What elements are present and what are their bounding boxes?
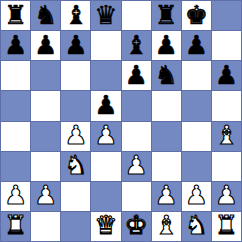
square-d6[interactable] [91,61,120,90]
piece-white-bishop-h4[interactable]: ♝ [215,122,238,148]
square-h2[interactable]: ♟ [212,182,241,211]
piece-black-knight-b8[interactable]: ♞ [34,2,57,28]
square-b3[interactable] [31,152,60,181]
piece-white-pawn-h2[interactable]: ♟ [215,182,238,208]
square-e1[interactable]: ♚ [122,212,151,241]
piece-black-pawn-g7[interactable]: ♟ [185,32,208,58]
piece-white-rook-h1[interactable]: ♜ [215,212,238,238]
piece-white-queen-d1[interactable]: ♛ [94,212,117,238]
piece-black-pawn-b7[interactable]: ♟ [34,32,57,58]
square-h1[interactable]: ♜ [212,212,241,241]
square-a4[interactable] [1,122,30,151]
square-g8[interactable]: ♚ [182,1,211,30]
square-f4[interactable] [152,122,181,151]
square-g5[interactable] [182,91,211,120]
square-h5[interactable] [212,91,241,120]
square-a7[interactable]: ♟ [1,31,30,60]
square-g1[interactable]: ♞ [182,212,211,241]
square-c6[interactable] [61,61,90,90]
piece-white-pawn-g2[interactable]: ♟ [185,182,208,208]
square-g7[interactable]: ♟ [182,31,211,60]
square-a6[interactable] [1,61,30,90]
square-d3[interactable] [91,152,120,181]
piece-white-knight-c3[interactable]: ♞ [64,152,87,178]
piece-black-pawn-a7[interactable]: ♟ [4,32,27,58]
square-e5[interactable] [122,91,151,120]
square-c2[interactable] [61,182,90,211]
piece-black-rook-f8[interactable]: ♜ [155,2,178,28]
piece-black-pawn-f7[interactable]: ♟ [155,32,178,58]
piece-black-king-g8[interactable]: ♚ [185,2,208,28]
piece-white-king-e1[interactable]: ♚ [124,212,147,238]
square-e2[interactable] [122,182,151,211]
piece-white-pawn-d4[interactable]: ♟ [94,122,117,148]
piece-white-pawn-b2[interactable]: ♟ [34,182,57,208]
square-c4[interactable]: ♟ [61,122,90,151]
piece-white-knight-g1[interactable]: ♞ [185,212,208,238]
square-a5[interactable] [1,91,30,120]
square-b2[interactable]: ♟ [31,182,60,211]
square-c1[interactable] [61,212,90,241]
square-b7[interactable]: ♟ [31,31,60,60]
square-c3[interactable]: ♞ [61,152,90,181]
square-d7[interactable] [91,31,120,60]
square-d1[interactable]: ♛ [91,212,120,241]
square-c7[interactable]: ♟ [61,31,90,60]
square-g4[interactable] [182,122,211,151]
square-b4[interactable] [31,122,60,151]
square-g2[interactable]: ♟ [182,182,211,211]
square-f7[interactable]: ♟ [152,31,181,60]
square-d8[interactable]: ♛ [91,1,120,30]
piece-black-rook-a8[interactable]: ♜ [4,2,27,28]
square-f8[interactable]: ♜ [152,1,181,30]
square-e4[interactable] [122,122,151,151]
square-e3[interactable]: ♟ [122,152,151,181]
square-a3[interactable] [1,152,30,181]
square-f6[interactable]: ♞ [152,61,181,90]
piece-white-pawn-e3[interactable]: ♟ [124,152,147,178]
square-e7[interactable]: ♝ [122,31,151,60]
piece-black-queen-d8[interactable]: ♛ [94,2,117,28]
piece-white-pawn-a2[interactable]: ♟ [4,182,27,208]
square-f2[interactable]: ♟ [152,182,181,211]
piece-black-knight-f6[interactable]: ♞ [155,62,178,88]
square-c5[interactable] [61,91,90,120]
square-b1[interactable] [31,212,60,241]
square-g6[interactable] [182,61,211,90]
square-a2[interactable]: ♟ [1,182,30,211]
square-f3[interactable] [152,152,181,181]
square-a1[interactable]: ♜ [1,212,30,241]
square-b8[interactable]: ♞ [31,1,60,30]
square-d2[interactable] [91,182,120,211]
piece-white-pawn-c4[interactable]: ♟ [64,122,87,148]
chess-board: ♜♞♝♛♜♚♟♟♟♝♟♟♟♞♟♟♟♟♝♞♟♟♟♟♟♟♜♛♚♝♞♜ [0,0,242,242]
piece-black-bishop-c8[interactable]: ♝ [64,2,87,28]
square-a8[interactable]: ♜ [1,1,30,30]
square-f5[interactable] [152,91,181,120]
square-b5[interactable] [31,91,60,120]
square-h3[interactable] [212,152,241,181]
square-c8[interactable]: ♝ [61,1,90,30]
piece-white-rook-a1[interactable]: ♜ [4,212,27,238]
piece-black-pawn-h6[interactable]: ♟ [215,62,238,88]
piece-black-pawn-e6[interactable]: ♟ [124,62,147,88]
square-d4[interactable]: ♟ [91,122,120,151]
piece-black-pawn-c7[interactable]: ♟ [64,32,87,58]
piece-white-bishop-f1[interactable]: ♝ [155,212,178,238]
square-f1[interactable]: ♝ [152,212,181,241]
square-e6[interactable]: ♟ [122,61,151,90]
square-h4[interactable]: ♝ [212,122,241,151]
square-h8[interactable] [212,1,241,30]
square-e8[interactable] [122,1,151,30]
square-g3[interactable] [182,152,211,181]
piece-black-pawn-d5[interactable]: ♟ [94,92,117,118]
square-d5[interactable]: ♟ [91,91,120,120]
piece-black-bishop-e7[interactable]: ♝ [124,32,147,58]
piece-white-pawn-f2[interactable]: ♟ [155,182,178,208]
square-h6[interactable]: ♟ [212,61,241,90]
square-b6[interactable] [31,61,60,90]
square-h7[interactable] [212,31,241,60]
